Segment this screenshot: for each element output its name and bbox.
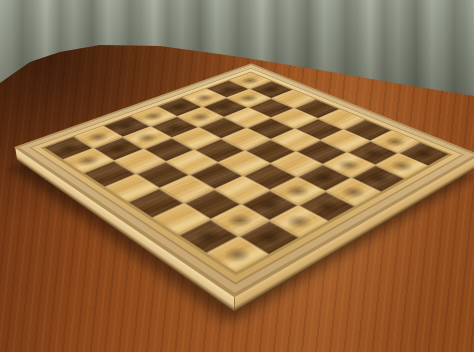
chess-scene: ♜♞♝♛♚♝♞♜♟♟♟♟♟♟♟♟♜♞♝♛♚♝♞♜♟♟♟♟♟♟♟♟	[0, 0, 474, 352]
pawn-glyph: ♟	[76, 135, 100, 162]
pawn-glyph: ♟	[107, 124, 130, 150]
pawn-glyph: ♟	[239, 76, 260, 99]
chessboard-frame: ♜♞♝♛♚♝♞♜♟♟♟♟♟♟♟♟♜♞♝♛♚♝♞♜♟♟♟♟♟♟♟♟	[14, 63, 474, 297]
photo-stage: ♜♞♝♛♚♝♞♜♟♟♟♟♟♟♟♟♜♞♝♛♚♝♞♜♟♟♟♟♟♟♟♟	[0, 0, 474, 352]
pawn-glyph: ♟	[136, 114, 159, 139]
chessboard[interactable]: ♜♞♝♛♚♝♞♜♟♟♟♟♟♟♟♟♜♞♝♛♚♝♞♜♟♟♟♟♟♟♟♟	[43, 72, 450, 273]
pawn-glyph: ♟	[190, 94, 212, 118]
pawn-glyph: ♟	[194, 206, 222, 237]
rook-glyph: ♜	[220, 216, 255, 256]
pawn-glyph: ♟	[215, 85, 236, 108]
pawn-glyph: ♟	[163, 104, 185, 129]
pawn-glyph: ♟	[261, 68, 281, 90]
knight-glyph: ♞	[251, 198, 288, 239]
